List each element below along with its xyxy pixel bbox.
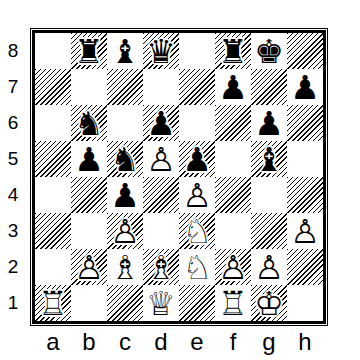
black-bishop-halo: ♝ bbox=[251, 141, 287, 177]
chess-board-inner-border: ♜♜♝♝♛♛♜♜♚♚♟♟♟♟♞♞♟♟♟♟♟♟♞♞♟♙♟♟♝♝♟♟♟♙♟♙♞♘♟♙… bbox=[32, 30, 326, 324]
square-b2[interactable]: ♟♙ bbox=[71, 249, 107, 285]
file-label-d: d bbox=[143, 327, 179, 357]
white-pawn-halo: ♟ bbox=[251, 249, 287, 285]
piece-white-pawn-d5: ♙ bbox=[143, 141, 179, 177]
square-c8[interactable]: ♝♝ bbox=[107, 33, 143, 69]
square-c7[interactable] bbox=[107, 69, 143, 105]
square-f5[interactable] bbox=[215, 141, 251, 177]
square-c1[interactable] bbox=[107, 285, 143, 321]
white-rook-halo: ♜ bbox=[215, 285, 251, 321]
square-a4[interactable] bbox=[35, 177, 71, 213]
rank-labels: 87654321 bbox=[0, 33, 26, 321]
white-rook-halo: ♜ bbox=[35, 285, 71, 321]
white-pawn-halo: ♟ bbox=[107, 213, 143, 249]
black-bishop-halo: ♝ bbox=[107, 33, 143, 69]
rank-label-5: 5 bbox=[0, 141, 26, 177]
square-a3[interactable] bbox=[35, 213, 71, 249]
square-h4[interactable] bbox=[287, 177, 323, 213]
piece-black-queen-d8: ♛ bbox=[143, 33, 179, 69]
rank-label-2: 2 bbox=[0, 249, 26, 285]
file-label-b: b bbox=[71, 327, 107, 357]
square-e5[interactable]: ♟♟ bbox=[179, 141, 215, 177]
square-f3[interactable] bbox=[215, 213, 251, 249]
square-e3[interactable]: ♞♘ bbox=[179, 213, 215, 249]
square-f4[interactable] bbox=[215, 177, 251, 213]
square-a1[interactable]: ♜♖ bbox=[35, 285, 71, 321]
black-rook-halo: ♜ bbox=[71, 33, 107, 69]
square-a5[interactable] bbox=[35, 141, 71, 177]
piece-white-bishop-c2: ♗ bbox=[107, 249, 143, 285]
white-pawn-halo: ♟ bbox=[215, 249, 251, 285]
rank-label-8: 8 bbox=[0, 33, 26, 69]
square-h3[interactable]: ♟♙ bbox=[287, 213, 323, 249]
piece-black-knight-c5: ♞ bbox=[107, 141, 143, 177]
white-bishop-halo: ♝ bbox=[143, 249, 179, 285]
piece-black-pawn-f7: ♟ bbox=[215, 69, 251, 105]
square-h2[interactable] bbox=[287, 249, 323, 285]
black-pawn-halo: ♟ bbox=[179, 141, 215, 177]
square-h7[interactable]: ♟♟ bbox=[287, 69, 323, 105]
black-knight-halo: ♞ bbox=[71, 105, 107, 141]
white-bishop-halo: ♝ bbox=[107, 249, 143, 285]
file-label-a: a bbox=[35, 327, 71, 357]
file-label-g: g bbox=[251, 327, 287, 357]
square-e7[interactable] bbox=[179, 69, 215, 105]
square-a6[interactable] bbox=[35, 105, 71, 141]
piece-white-pawn-f2: ♙ bbox=[215, 249, 251, 285]
square-e1[interactable] bbox=[179, 285, 215, 321]
square-c5[interactable]: ♞♞ bbox=[107, 141, 143, 177]
square-f7[interactable]: ♟♟ bbox=[215, 69, 251, 105]
piece-white-bishop-d2: ♗ bbox=[143, 249, 179, 285]
square-c3[interactable]: ♟♙ bbox=[107, 213, 143, 249]
piece-black-pawn-e5: ♟ bbox=[179, 141, 215, 177]
square-g7[interactable] bbox=[251, 69, 287, 105]
piece-white-pawn-c3: ♙ bbox=[107, 213, 143, 249]
square-g2[interactable]: ♟♙ bbox=[251, 249, 287, 285]
square-e4[interactable]: ♟♙ bbox=[179, 177, 215, 213]
square-b6[interactable]: ♞♞ bbox=[71, 105, 107, 141]
piece-black-pawn-d6: ♟ bbox=[143, 105, 179, 141]
white-pawn-halo: ♟ bbox=[143, 141, 179, 177]
square-b5[interactable]: ♟♟ bbox=[71, 141, 107, 177]
piece-white-knight-e3: ♘ bbox=[179, 213, 215, 249]
black-rook-halo: ♜ bbox=[215, 33, 251, 69]
black-pawn-halo: ♟ bbox=[251, 105, 287, 141]
square-e8[interactable] bbox=[179, 33, 215, 69]
square-d1[interactable]: ♛♕ bbox=[143, 285, 179, 321]
square-e6[interactable] bbox=[179, 105, 215, 141]
piece-black-bishop-c8: ♝ bbox=[107, 33, 143, 69]
file-label-f: f bbox=[215, 327, 251, 357]
file-label-e: e bbox=[179, 327, 215, 357]
piece-white-queen-d1: ♕ bbox=[143, 285, 179, 321]
white-queen-halo: ♛ bbox=[143, 285, 179, 321]
black-king-halo: ♚ bbox=[251, 33, 287, 69]
square-f8[interactable]: ♜♜ bbox=[215, 33, 251, 69]
piece-white-pawn-g2: ♙ bbox=[251, 249, 287, 285]
square-b1[interactable] bbox=[71, 285, 107, 321]
chess-board: ♜♜♝♝♛♛♜♜♚♚♟♟♟♟♞♞♟♟♟♟♟♟♞♞♟♙♟♟♝♝♟♟♟♙♟♙♞♘♟♙… bbox=[35, 33, 323, 321]
square-h8[interactable] bbox=[287, 33, 323, 69]
square-g3[interactable] bbox=[251, 213, 287, 249]
white-knight-halo: ♞ bbox=[179, 213, 215, 249]
square-g6[interactable]: ♟♟ bbox=[251, 105, 287, 141]
black-pawn-halo: ♟ bbox=[143, 105, 179, 141]
piece-black-pawn-c4: ♟ bbox=[107, 177, 143, 213]
black-pawn-halo: ♟ bbox=[71, 141, 107, 177]
square-b3[interactable] bbox=[71, 213, 107, 249]
piece-white-pawn-b2: ♙ bbox=[71, 249, 107, 285]
piece-white-pawn-h3: ♙ bbox=[287, 213, 323, 249]
square-f1[interactable]: ♜♖ bbox=[215, 285, 251, 321]
white-pawn-halo: ♟ bbox=[179, 177, 215, 213]
square-d3[interactable] bbox=[143, 213, 179, 249]
chess-board-frame: ♜♜♝♝♛♛♜♜♚♚♟♟♟♟♞♞♟♟♟♟♟♟♞♞♟♙♟♟♝♝♟♟♟♙♟♙♞♘♟♙… bbox=[30, 28, 328, 326]
square-h5[interactable] bbox=[287, 141, 323, 177]
white-knight-halo: ♞ bbox=[179, 249, 215, 285]
black-pawn-halo: ♟ bbox=[107, 177, 143, 213]
piece-black-rook-f8: ♜ bbox=[215, 33, 251, 69]
piece-black-king-g8: ♚ bbox=[251, 33, 287, 69]
square-h6[interactable] bbox=[287, 105, 323, 141]
square-d5[interactable]: ♟♙ bbox=[143, 141, 179, 177]
square-a8[interactable] bbox=[35, 33, 71, 69]
square-b7[interactable] bbox=[71, 69, 107, 105]
piece-white-pawn-e4: ♙ bbox=[179, 177, 215, 213]
black-knight-halo: ♞ bbox=[107, 141, 143, 177]
piece-white-king-g1: ♔ bbox=[251, 285, 287, 321]
piece-black-knight-b6: ♞ bbox=[71, 105, 107, 141]
square-d8[interactable]: ♛♛ bbox=[143, 33, 179, 69]
rank-label-3: 3 bbox=[0, 213, 26, 249]
square-d6[interactable]: ♟♟ bbox=[143, 105, 179, 141]
square-a2[interactable] bbox=[35, 249, 71, 285]
square-g8[interactable]: ♚♚ bbox=[251, 33, 287, 69]
piece-black-pawn-h7: ♟ bbox=[287, 69, 323, 105]
square-c6[interactable] bbox=[107, 105, 143, 141]
black-pawn-halo: ♟ bbox=[215, 69, 251, 105]
file-label-h: h bbox=[287, 327, 323, 357]
square-f6[interactable] bbox=[215, 105, 251, 141]
black-queen-halo: ♛ bbox=[143, 33, 179, 69]
piece-black-bishop-g5: ♝ bbox=[251, 141, 287, 177]
square-f2[interactable]: ♟♙ bbox=[215, 249, 251, 285]
square-c2[interactable]: ♝♗ bbox=[107, 249, 143, 285]
piece-white-rook-a1: ♖ bbox=[35, 285, 71, 321]
piece-black-rook-b8: ♜ bbox=[71, 33, 107, 69]
file-label-c: c bbox=[107, 327, 143, 357]
piece-black-pawn-g6: ♟ bbox=[251, 105, 287, 141]
white-king-halo: ♚ bbox=[251, 285, 287, 321]
rank-label-4: 4 bbox=[0, 177, 26, 213]
square-a7[interactable] bbox=[35, 69, 71, 105]
square-h1[interactable] bbox=[287, 285, 323, 321]
square-b4[interactable] bbox=[71, 177, 107, 213]
square-b8[interactable]: ♜♜ bbox=[71, 33, 107, 69]
square-d4[interactable] bbox=[143, 177, 179, 213]
square-d2[interactable]: ♝♗ bbox=[143, 249, 179, 285]
white-pawn-halo: ♟ bbox=[287, 213, 323, 249]
rank-label-1: 1 bbox=[0, 285, 26, 321]
square-g1[interactable]: ♚♔ bbox=[251, 285, 287, 321]
piece-black-pawn-b5: ♟ bbox=[71, 141, 107, 177]
square-g5[interactable]: ♝♝ bbox=[251, 141, 287, 177]
white-pawn-halo: ♟ bbox=[71, 249, 107, 285]
piece-white-knight-e2: ♘ bbox=[179, 249, 215, 285]
black-pawn-halo: ♟ bbox=[287, 69, 323, 105]
square-g4[interactable] bbox=[251, 177, 287, 213]
square-d7[interactable] bbox=[143, 69, 179, 105]
piece-white-rook-f1: ♖ bbox=[215, 285, 251, 321]
square-c4[interactable]: ♟♟ bbox=[107, 177, 143, 213]
rank-label-6: 6 bbox=[0, 105, 26, 141]
square-e2[interactable]: ♞♘ bbox=[179, 249, 215, 285]
file-labels: abcdefgh bbox=[35, 327, 323, 357]
rank-label-7: 7 bbox=[0, 69, 26, 105]
